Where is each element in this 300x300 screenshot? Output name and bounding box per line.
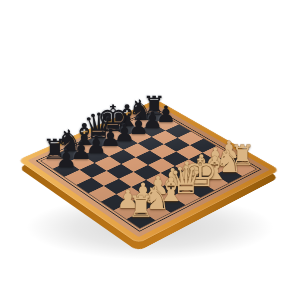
square-e1 [187,182,215,198]
square-b3 [116,187,144,203]
square-g1 [215,168,242,183]
square-b4 [104,179,132,194]
chess-board [18,100,280,244]
square-d1 [172,189,200,205]
square-d4 [134,165,161,180]
square-b1 [142,204,170,220]
board-margin [27,104,270,237]
square-a2 [114,203,142,219]
square-a6 [64,170,91,185]
square-b6 [80,163,107,178]
square-c1 [157,196,185,212]
square-f1 [201,175,228,190]
product-photo: ♜♞♝♛♚♝♞♜♟♟♟♟♟♟♟♟♟♟♟♟♟♟♟♟♜♞♝♛♚♝♞♜ [0,0,300,300]
square-b2 [129,195,157,211]
square-d2 [159,181,187,196]
board-grid [41,111,255,228]
square-d3 [146,173,173,188]
square-c2 [144,188,172,204]
square-a3 [101,194,129,210]
square-c4 [119,172,146,187]
square-a4 [89,186,117,202]
square-e3 [161,166,188,181]
board-frame [18,100,280,244]
scene [0,0,300,300]
square-b5 [92,171,119,186]
square-a5 [76,178,103,193]
square-c3 [131,180,159,195]
square-c5 [107,164,134,179]
square-f2 [188,167,215,182]
square-e2 [173,174,200,189]
square-a1 [127,211,156,228]
